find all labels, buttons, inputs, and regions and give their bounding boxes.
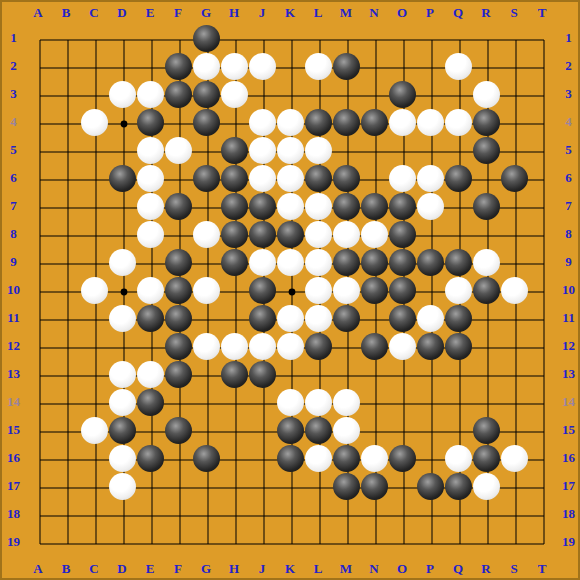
board-point-N18[interactable]	[360, 500, 388, 528]
board-point-S8[interactable]	[500, 220, 528, 248]
board-point-R16[interactable]	[472, 444, 500, 472]
board-point-Q17[interactable]	[444, 472, 472, 500]
board-point-M16[interactable]	[332, 444, 360, 472]
board-point-J17[interactable]	[248, 472, 276, 500]
board-point-L5[interactable]	[304, 136, 332, 164]
board-point-L7[interactable]	[304, 192, 332, 220]
board-point-Q8[interactable]	[444, 220, 472, 248]
board-point-S18[interactable]	[500, 500, 528, 528]
board-point-N9[interactable]	[360, 248, 388, 276]
board-point-P1[interactable]	[416, 24, 444, 52]
board-point-G8[interactable]	[192, 220, 220, 248]
board-point-A5[interactable]	[24, 136, 52, 164]
board-point-E17[interactable]	[136, 472, 164, 500]
board-point-A8[interactable]	[24, 220, 52, 248]
board-point-P7[interactable]	[416, 192, 444, 220]
board-point-R18[interactable]	[472, 500, 500, 528]
board-point-H18[interactable]	[220, 500, 248, 528]
board-point-P9[interactable]	[416, 248, 444, 276]
board-point-M19[interactable]	[332, 528, 360, 556]
board-point-B10[interactable]	[52, 276, 80, 304]
board-point-R17[interactable]	[472, 472, 500, 500]
board-point-F1[interactable]	[164, 24, 192, 52]
board-point-M11[interactable]	[332, 304, 360, 332]
board-point-F14[interactable]	[164, 388, 192, 416]
board-point-F7[interactable]	[164, 192, 192, 220]
board-point-C2[interactable]	[80, 52, 108, 80]
board-point-G16[interactable]	[192, 444, 220, 472]
board-point-S14[interactable]	[500, 388, 528, 416]
board-point-L14[interactable]	[304, 388, 332, 416]
board-point-L6[interactable]	[304, 164, 332, 192]
board-point-E19[interactable]	[136, 528, 164, 556]
board-point-O4[interactable]	[388, 108, 416, 136]
board-point-S12[interactable]	[500, 332, 528, 360]
board-point-D13[interactable]	[108, 360, 136, 388]
board-point-H14[interactable]	[220, 388, 248, 416]
board-point-J16[interactable]	[248, 444, 276, 472]
board-point-M18[interactable]	[332, 500, 360, 528]
board-point-Q13[interactable]	[444, 360, 472, 388]
board-point-E5[interactable]	[136, 136, 164, 164]
board-point-H4[interactable]	[220, 108, 248, 136]
board-point-K6[interactable]	[276, 164, 304, 192]
board-point-Q11[interactable]	[444, 304, 472, 332]
board-point-Q12[interactable]	[444, 332, 472, 360]
board-point-P15[interactable]	[416, 416, 444, 444]
board-point-T15[interactable]	[528, 416, 556, 444]
board-point-P18[interactable]	[416, 500, 444, 528]
board-point-K17[interactable]	[276, 472, 304, 500]
board-point-T5[interactable]	[528, 136, 556, 164]
board-point-P2[interactable]	[416, 52, 444, 80]
board-point-B16[interactable]	[52, 444, 80, 472]
board-point-T6[interactable]	[528, 164, 556, 192]
board-point-O10[interactable]	[388, 276, 416, 304]
board-point-S9[interactable]	[500, 248, 528, 276]
board-point-S16[interactable]	[500, 444, 528, 472]
board-point-H1[interactable]	[220, 24, 248, 52]
board-point-P17[interactable]	[416, 472, 444, 500]
board-point-E6[interactable]	[136, 164, 164, 192]
board-point-P6[interactable]	[416, 164, 444, 192]
board-point-E8[interactable]	[136, 220, 164, 248]
board-point-O19[interactable]	[388, 528, 416, 556]
board-point-B9[interactable]	[52, 248, 80, 276]
board-point-F3[interactable]	[164, 80, 192, 108]
board-point-N2[interactable]	[360, 52, 388, 80]
board-point-R8[interactable]	[472, 220, 500, 248]
board-point-J1[interactable]	[248, 24, 276, 52]
board-point-G2[interactable]	[192, 52, 220, 80]
board-point-B5[interactable]	[52, 136, 80, 164]
board-point-M6[interactable]	[332, 164, 360, 192]
board-point-J11[interactable]	[248, 304, 276, 332]
board-point-C18[interactable]	[80, 500, 108, 528]
board-point-H5[interactable]	[220, 136, 248, 164]
board-point-T17[interactable]	[528, 472, 556, 500]
board-point-B2[interactable]	[52, 52, 80, 80]
board-point-C9[interactable]	[80, 248, 108, 276]
board-point-A2[interactable]	[24, 52, 52, 80]
board-point-C13[interactable]	[80, 360, 108, 388]
board-point-R13[interactable]	[472, 360, 500, 388]
board-point-S13[interactable]	[500, 360, 528, 388]
board-point-D15[interactable]	[108, 416, 136, 444]
board-point-C17[interactable]	[80, 472, 108, 500]
board-point-O5[interactable]	[388, 136, 416, 164]
board-point-A17[interactable]	[24, 472, 52, 500]
board-point-K1[interactable]	[276, 24, 304, 52]
board-point-J6[interactable]	[248, 164, 276, 192]
board-point-G14[interactable]	[192, 388, 220, 416]
board-point-B1[interactable]	[52, 24, 80, 52]
board-point-Q1[interactable]	[444, 24, 472, 52]
board-point-L18[interactable]	[304, 500, 332, 528]
board-point-K9[interactable]	[276, 248, 304, 276]
board-point-T11[interactable]	[528, 304, 556, 332]
board-point-K3[interactable]	[276, 80, 304, 108]
board-point-N15[interactable]	[360, 416, 388, 444]
board-point-M7[interactable]	[332, 192, 360, 220]
board-point-K8[interactable]	[276, 220, 304, 248]
board-point-F10[interactable]	[164, 276, 192, 304]
board-point-G7[interactable]	[192, 192, 220, 220]
board-point-E1[interactable]	[136, 24, 164, 52]
board-point-F9[interactable]	[164, 248, 192, 276]
board-point-A9[interactable]	[24, 248, 52, 276]
board-point-B15[interactable]	[52, 416, 80, 444]
board-point-M12[interactable]	[332, 332, 360, 360]
board-point-G10[interactable]	[192, 276, 220, 304]
board-point-K11[interactable]	[276, 304, 304, 332]
board-point-Q7[interactable]	[444, 192, 472, 220]
board-point-D6[interactable]	[108, 164, 136, 192]
board-point-C6[interactable]	[80, 164, 108, 192]
board-point-H9[interactable]	[220, 248, 248, 276]
board-point-B17[interactable]	[52, 472, 80, 500]
board-point-L13[interactable]	[304, 360, 332, 388]
board-point-B8[interactable]	[52, 220, 80, 248]
board-point-N1[interactable]	[360, 24, 388, 52]
board-point-L10[interactable]	[304, 276, 332, 304]
board-point-S5[interactable]	[500, 136, 528, 164]
board-point-G11[interactable]	[192, 304, 220, 332]
board-point-F11[interactable]	[164, 304, 192, 332]
board-point-D3[interactable]	[108, 80, 136, 108]
board-point-T3[interactable]	[528, 80, 556, 108]
board-point-H10[interactable]	[220, 276, 248, 304]
board-point-O11[interactable]	[388, 304, 416, 332]
board-point-B19[interactable]	[52, 528, 80, 556]
board-point-D4[interactable]	[108, 108, 136, 136]
board-point-A11[interactable]	[24, 304, 52, 332]
board-point-R14[interactable]	[472, 388, 500, 416]
board-point-A1[interactable]	[24, 24, 52, 52]
board-point-E4[interactable]	[136, 108, 164, 136]
board-point-R4[interactable]	[472, 108, 500, 136]
board-point-J7[interactable]	[248, 192, 276, 220]
board-point-G13[interactable]	[192, 360, 220, 388]
board-point-P8[interactable]	[416, 220, 444, 248]
board-point-P4[interactable]	[416, 108, 444, 136]
board-point-D9[interactable]	[108, 248, 136, 276]
board-point-D2[interactable]	[108, 52, 136, 80]
board-point-M3[interactable]	[332, 80, 360, 108]
board-point-C11[interactable]	[80, 304, 108, 332]
board-point-D5[interactable]	[108, 136, 136, 164]
board-point-F5[interactable]	[164, 136, 192, 164]
board-point-B11[interactable]	[52, 304, 80, 332]
board-point-A4[interactable]	[24, 108, 52, 136]
board-point-Q3[interactable]	[444, 80, 472, 108]
board-point-E3[interactable]	[136, 80, 164, 108]
board-point-T2[interactable]	[528, 52, 556, 80]
board-point-J14[interactable]	[248, 388, 276, 416]
board-point-S11[interactable]	[500, 304, 528, 332]
board-point-G1[interactable]	[192, 24, 220, 52]
board-point-C16[interactable]	[80, 444, 108, 472]
board-point-R9[interactable]	[472, 248, 500, 276]
board-point-N19[interactable]	[360, 528, 388, 556]
board-point-A6[interactable]	[24, 164, 52, 192]
board-point-C8[interactable]	[80, 220, 108, 248]
board-point-H8[interactable]	[220, 220, 248, 248]
board-point-M8[interactable]	[332, 220, 360, 248]
board-point-E9[interactable]	[136, 248, 164, 276]
board-point-T9[interactable]	[528, 248, 556, 276]
board-point-B14[interactable]	[52, 388, 80, 416]
board-point-S4[interactable]	[500, 108, 528, 136]
board-point-C7[interactable]	[80, 192, 108, 220]
board-point-H6[interactable]	[220, 164, 248, 192]
board-point-J13[interactable]	[248, 360, 276, 388]
board-point-D7[interactable]	[108, 192, 136, 220]
board-point-Q18[interactable]	[444, 500, 472, 528]
board-point-P13[interactable]	[416, 360, 444, 388]
board-point-E12[interactable]	[136, 332, 164, 360]
board-point-B6[interactable]	[52, 164, 80, 192]
board-point-C14[interactable]	[80, 388, 108, 416]
board-point-S6[interactable]	[500, 164, 528, 192]
board-point-A13[interactable]	[24, 360, 52, 388]
board-point-J12[interactable]	[248, 332, 276, 360]
board-point-G12[interactable]	[192, 332, 220, 360]
board-point-L2[interactable]	[304, 52, 332, 80]
board-point-S7[interactable]	[500, 192, 528, 220]
board-point-S1[interactable]	[500, 24, 528, 52]
board-point-E18[interactable]	[136, 500, 164, 528]
board-point-L9[interactable]	[304, 248, 332, 276]
board-point-M4[interactable]	[332, 108, 360, 136]
board-point-A18[interactable]	[24, 500, 52, 528]
board-point-G9[interactable]	[192, 248, 220, 276]
board-point-O13[interactable]	[388, 360, 416, 388]
board-point-E14[interactable]	[136, 388, 164, 416]
board-point-K10[interactable]	[276, 276, 304, 304]
board-point-H17[interactable]	[220, 472, 248, 500]
board-point-N6[interactable]	[360, 164, 388, 192]
board-point-P14[interactable]	[416, 388, 444, 416]
board-point-M14[interactable]	[332, 388, 360, 416]
board-point-L19[interactable]	[304, 528, 332, 556]
board-point-N16[interactable]	[360, 444, 388, 472]
board-point-S19[interactable]	[500, 528, 528, 556]
board-point-K2[interactable]	[276, 52, 304, 80]
board-point-M2[interactable]	[332, 52, 360, 80]
board-point-C10[interactable]	[80, 276, 108, 304]
board-point-R5[interactable]	[472, 136, 500, 164]
board-point-C1[interactable]	[80, 24, 108, 52]
board-point-S17[interactable]	[500, 472, 528, 500]
board-point-R2[interactable]	[472, 52, 500, 80]
board-point-E11[interactable]	[136, 304, 164, 332]
board-point-J8[interactable]	[248, 220, 276, 248]
board-point-P5[interactable]	[416, 136, 444, 164]
board-point-H16[interactable]	[220, 444, 248, 472]
board-point-O17[interactable]	[388, 472, 416, 500]
board-point-K18[interactable]	[276, 500, 304, 528]
board-point-T14[interactable]	[528, 388, 556, 416]
board-point-F16[interactable]	[164, 444, 192, 472]
board-point-H2[interactable]	[220, 52, 248, 80]
board-point-A16[interactable]	[24, 444, 52, 472]
board-point-P10[interactable]	[416, 276, 444, 304]
board-point-T4[interactable]	[528, 108, 556, 136]
board-point-J3[interactable]	[248, 80, 276, 108]
board-point-K19[interactable]	[276, 528, 304, 556]
board-point-E13[interactable]	[136, 360, 164, 388]
board-point-K7[interactable]	[276, 192, 304, 220]
board-point-L11[interactable]	[304, 304, 332, 332]
board-point-S10[interactable]	[500, 276, 528, 304]
board-point-O7[interactable]	[388, 192, 416, 220]
board-point-R15[interactable]	[472, 416, 500, 444]
board-point-E7[interactable]	[136, 192, 164, 220]
board-point-Q9[interactable]	[444, 248, 472, 276]
board-point-E16[interactable]	[136, 444, 164, 472]
board-point-N17[interactable]	[360, 472, 388, 500]
board-point-D17[interactable]	[108, 472, 136, 500]
board-point-P11[interactable]	[416, 304, 444, 332]
board-point-O6[interactable]	[388, 164, 416, 192]
board-point-C3[interactable]	[80, 80, 108, 108]
board-point-T7[interactable]	[528, 192, 556, 220]
board-point-C12[interactable]	[80, 332, 108, 360]
board-point-N13[interactable]	[360, 360, 388, 388]
board-point-C4[interactable]	[80, 108, 108, 136]
board-point-S2[interactable]	[500, 52, 528, 80]
board-point-H12[interactable]	[220, 332, 248, 360]
board-point-M9[interactable]	[332, 248, 360, 276]
board-point-F19[interactable]	[164, 528, 192, 556]
board-point-O8[interactable]	[388, 220, 416, 248]
board-point-F17[interactable]	[164, 472, 192, 500]
board-point-N11[interactable]	[360, 304, 388, 332]
board-point-J9[interactable]	[248, 248, 276, 276]
board-point-Q2[interactable]	[444, 52, 472, 80]
board-point-M17[interactable]	[332, 472, 360, 500]
board-point-T13[interactable]	[528, 360, 556, 388]
board-point-R3[interactable]	[472, 80, 500, 108]
board-point-D10[interactable]	[108, 276, 136, 304]
board-point-Q4[interactable]	[444, 108, 472, 136]
board-point-C19[interactable]	[80, 528, 108, 556]
board-point-D19[interactable]	[108, 528, 136, 556]
board-point-R11[interactable]	[472, 304, 500, 332]
board-point-S15[interactable]	[500, 416, 528, 444]
board-point-T18[interactable]	[528, 500, 556, 528]
board-point-B13[interactable]	[52, 360, 80, 388]
board-point-O16[interactable]	[388, 444, 416, 472]
board-point-J10[interactable]	[248, 276, 276, 304]
board-point-O14[interactable]	[388, 388, 416, 416]
board-point-T1[interactable]	[528, 24, 556, 52]
board-point-J15[interactable]	[248, 416, 276, 444]
board-point-H13[interactable]	[220, 360, 248, 388]
board-point-S3[interactable]	[500, 80, 528, 108]
board-point-R12[interactable]	[472, 332, 500, 360]
board-point-M13[interactable]	[332, 360, 360, 388]
board-point-J2[interactable]	[248, 52, 276, 80]
board-point-K5[interactable]	[276, 136, 304, 164]
board-point-H7[interactable]	[220, 192, 248, 220]
board-point-A3[interactable]	[24, 80, 52, 108]
board-point-G6[interactable]	[192, 164, 220, 192]
board-point-P3[interactable]	[416, 80, 444, 108]
board-point-L16[interactable]	[304, 444, 332, 472]
board-point-R19[interactable]	[472, 528, 500, 556]
board-point-J4[interactable]	[248, 108, 276, 136]
board-point-O9[interactable]	[388, 248, 416, 276]
board-point-F18[interactable]	[164, 500, 192, 528]
board-point-N10[interactable]	[360, 276, 388, 304]
board-point-N5[interactable]	[360, 136, 388, 164]
board-point-L15[interactable]	[304, 416, 332, 444]
board-point-G18[interactable]	[192, 500, 220, 528]
board-point-Q19[interactable]	[444, 528, 472, 556]
board-point-P16[interactable]	[416, 444, 444, 472]
board-point-A14[interactable]	[24, 388, 52, 416]
board-point-J18[interactable]	[248, 500, 276, 528]
board-point-H19[interactable]	[220, 528, 248, 556]
board-point-C5[interactable]	[80, 136, 108, 164]
board-point-O3[interactable]	[388, 80, 416, 108]
board-point-E15[interactable]	[136, 416, 164, 444]
board-point-F4[interactable]	[164, 108, 192, 136]
board-point-D14[interactable]	[108, 388, 136, 416]
board-point-L8[interactable]	[304, 220, 332, 248]
board-point-K13[interactable]	[276, 360, 304, 388]
board-point-T19[interactable]	[528, 528, 556, 556]
board-point-K14[interactable]	[276, 388, 304, 416]
board-point-A15[interactable]	[24, 416, 52, 444]
board-point-F2[interactable]	[164, 52, 192, 80]
board-point-N8[interactable]	[360, 220, 388, 248]
board-point-M1[interactable]	[332, 24, 360, 52]
board-point-K12[interactable]	[276, 332, 304, 360]
board-point-L4[interactable]	[304, 108, 332, 136]
board-point-L3[interactable]	[304, 80, 332, 108]
board-point-C15[interactable]	[80, 416, 108, 444]
board-point-Q10[interactable]	[444, 276, 472, 304]
board-point-T12[interactable]	[528, 332, 556, 360]
board-point-A10[interactable]	[24, 276, 52, 304]
board-point-H11[interactable]	[220, 304, 248, 332]
board-point-J19[interactable]	[248, 528, 276, 556]
board-point-B3[interactable]	[52, 80, 80, 108]
board-point-D16[interactable]	[108, 444, 136, 472]
